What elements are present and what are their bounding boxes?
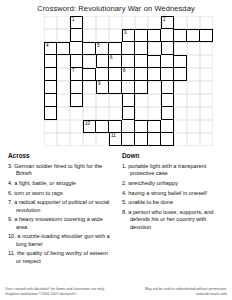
crossword-cell[interactable] — [122, 107, 135, 120]
clue-item: 8. a person who loves, supports, and def… — [122, 209, 228, 231]
crossword-cell[interactable] — [161, 133, 174, 146]
crossword-blank — [44, 120, 57, 133]
crossword-cell[interactable] — [135, 120, 148, 133]
crossword-cell[interactable]: 11 — [109, 133, 122, 146]
crossword-cell[interactable] — [135, 68, 148, 81]
crossword-blank — [148, 16, 161, 29]
crossword-cell[interactable] — [44, 94, 57, 107]
crossword-cell[interactable] — [200, 29, 213, 42]
crossword-cell[interactable] — [96, 120, 109, 133]
crossword-cell[interactable] — [135, 42, 148, 55]
clue-number: 7 — [72, 68, 75, 74]
crossword-cell[interactable] — [57, 42, 70, 55]
crossword-cell[interactable] — [174, 68, 187, 81]
crossword-blank — [174, 107, 187, 120]
crossword-blank — [200, 68, 213, 81]
page-title: Crossword: Revolutionary War on Wednesda… — [0, 4, 232, 13]
crossword-cell[interactable] — [161, 68, 174, 81]
crossword-cell[interactable] — [187, 29, 200, 42]
crossword-blank — [187, 94, 200, 107]
clue-item: 10. a muzzle-loading shoulder gun with a… — [8, 233, 114, 248]
crossword-blank — [200, 94, 213, 107]
crossword-cell[interactable] — [174, 55, 187, 68]
crossword-blank — [57, 120, 70, 133]
crossword-cell[interactable] — [122, 133, 135, 146]
clue-item: 9. a heavy snowstorm covering a wide are… — [8, 216, 114, 231]
crossword-cell[interactable] — [96, 68, 109, 81]
crossword-cell[interactable] — [44, 107, 57, 120]
crossword-cell[interactable] — [161, 107, 174, 120]
crossword-blank — [109, 94, 122, 107]
crossword-cell[interactable]: 2 — [161, 16, 174, 29]
crossword-cell[interactable]: 4 — [44, 42, 57, 55]
clue-item: 6. torn or worn to rags — [8, 190, 114, 197]
crossword-blank — [200, 42, 213, 55]
crossword-cell[interactable] — [148, 68, 161, 81]
crossword-blank — [187, 55, 200, 68]
crossword-blank — [174, 120, 187, 133]
crossword-blank — [96, 107, 109, 120]
clue-item: 7. a radical supporter of political or s… — [8, 199, 114, 214]
crossword-cell[interactable] — [44, 68, 57, 81]
crossword-cell[interactable] — [122, 42, 135, 55]
crossword-blank — [187, 133, 200, 146]
crossword-blank — [200, 55, 213, 68]
crossword-cell[interactable] — [122, 55, 135, 68]
crossword-blank — [109, 29, 122, 42]
crossword-cell[interactable]: 6 — [109, 55, 122, 68]
crossword-cell[interactable] — [122, 94, 135, 107]
crossword-blank — [96, 94, 109, 107]
crossword-cell[interactable] — [44, 55, 57, 68]
clue-item: 5. unable to be done — [122, 199, 228, 206]
clue-item: 3. German soldier hired to fight for the… — [8, 163, 114, 178]
crossword-blank — [200, 107, 213, 120]
crossword-blank — [70, 120, 83, 133]
crossword-blank — [57, 55, 70, 68]
crossword-blank — [83, 29, 96, 42]
crossword-blank — [83, 81, 96, 94]
clue-number: 1 — [72, 17, 75, 23]
crossword-cell[interactable] — [161, 42, 174, 55]
crossword-blank — [174, 42, 187, 55]
crossword-blank — [57, 68, 70, 81]
footer-copyright: User created with abctools® for home and… — [5, 287, 105, 297]
crossword-cell[interactable]: 1 — [70, 16, 83, 29]
crossword-blank — [174, 94, 187, 107]
crossword-cell[interactable] — [44, 81, 57, 94]
crossword-cell[interactable] — [161, 81, 174, 94]
crossword-cell[interactable] — [70, 81, 83, 94]
crossword-blank — [174, 16, 187, 29]
crossword-blank — [174, 133, 187, 146]
across-clue-list: 3. German soldier hired to fight for the… — [8, 163, 114, 265]
crossword-cell[interactable] — [161, 55, 174, 68]
crossword-blank — [44, 16, 57, 29]
crossword-cell[interactable] — [109, 42, 122, 55]
down-clue-list: 1. portable light with a transparent pro… — [122, 163, 228, 231]
crossword-blank — [187, 81, 200, 94]
crossword-cell[interactable]: 10 — [83, 120, 96, 133]
crossword-blank — [83, 55, 96, 68]
crossword-blank — [200, 133, 213, 146]
crossword-cell[interactable] — [148, 29, 161, 42]
clue-item: 4. having a strong belief in oneself — [122, 190, 228, 197]
crossword-cell[interactable]: 3 — [122, 29, 135, 42]
crossword-blank — [148, 94, 161, 107]
crossword-blank — [187, 16, 200, 29]
clue-number: 2 — [163, 17, 166, 23]
crossword-blank — [122, 16, 135, 29]
crossword-blank — [57, 16, 70, 29]
clue-number: 4 — [46, 43, 49, 49]
crossword-blank — [109, 16, 122, 29]
crossword-cell[interactable] — [83, 42, 96, 55]
crossword-cell[interactable] — [83, 68, 96, 81]
crossword-blank — [148, 42, 161, 55]
clue-number: 6 — [110, 55, 113, 61]
clue-number: 10 — [85, 121, 90, 127]
crossword-blank — [96, 16, 109, 29]
crossword-blank — [57, 107, 70, 120]
crossword-blank — [187, 68, 200, 81]
footer-permission: May not be sold or redistributed without… — [145, 287, 227, 297]
crossword-blank — [57, 29, 70, 42]
crossword-blank — [57, 81, 70, 94]
clue-item: 2. wretchedly unhappy — [122, 180, 228, 187]
crossword-cell[interactable] — [122, 81, 135, 94]
crossword-cell[interactable] — [109, 120, 122, 133]
crossword-blank — [83, 16, 96, 29]
crossword-cell[interactable] — [70, 55, 83, 68]
crossword-cell[interactable] — [148, 55, 161, 68]
clue-item: 4. a fight, battle, or struggle — [8, 180, 114, 187]
crossword-blank — [187, 107, 200, 120]
clue-number: 3 — [124, 30, 127, 36]
clue-number: 11 — [111, 133, 116, 139]
clue-item: 11. the quality of being worthy of estee… — [8, 250, 114, 265]
crossword-cell[interactable] — [109, 68, 122, 81]
crossword-grid: 1234567891011 — [44, 16, 213, 146]
crossword-cell[interactable] — [135, 29, 148, 42]
crossword-cell[interactable] — [70, 94, 83, 107]
down-heading: Down — [122, 152, 228, 160]
crossword-cell[interactable] — [161, 120, 174, 133]
clue-number: 8 — [123, 68, 126, 74]
crossword-blank — [148, 107, 161, 120]
crossword-blank — [148, 81, 161, 94]
across-heading: Across — [8, 152, 114, 160]
crossword-cell[interactable]: 5 — [96, 42, 109, 55]
crossword-cell[interactable] — [161, 94, 174, 107]
crossword-blank — [200, 81, 213, 94]
crossword-blank — [57, 94, 70, 107]
crossword-cell[interactable] — [161, 29, 174, 42]
crossword-cell[interactable] — [109, 81, 122, 94]
crossword-blank — [83, 107, 96, 120]
footer: User created with abctools® for home and… — [5, 287, 227, 297]
crossword-blank — [187, 42, 200, 55]
crossword-cell[interactable]: 8 — [122, 68, 135, 81]
crossword-cell[interactable] — [174, 29, 187, 42]
crossword-blank — [135, 107, 148, 120]
crossword-blank — [135, 16, 148, 29]
crossword-blank — [96, 29, 109, 42]
crossword-cell[interactable] — [70, 42, 83, 55]
crossword-blank — [135, 94, 148, 107]
clue-item: 1. portable light with a transparent pro… — [122, 163, 228, 178]
crossword-blank — [44, 133, 57, 146]
crossword-blank — [70, 107, 83, 120]
crossword-cell[interactable] — [148, 133, 161, 146]
crossword-cell[interactable] — [70, 29, 83, 42]
crossword-blank — [44, 29, 57, 42]
crossword-cell[interactable]: 9 — [96, 81, 109, 94]
crossword-cell[interactable] — [135, 81, 148, 94]
crossword-blank — [187, 120, 200, 133]
crossword-blank — [200, 16, 213, 29]
crossword-blank — [109, 107, 122, 120]
clue-number: 5 — [97, 43, 100, 49]
across-clues-section: Across 3. German soldier hired to fight … — [8, 152, 114, 268]
crossword-blank — [200, 120, 213, 133]
crossword-cell[interactable] — [135, 55, 148, 68]
crossword-cell[interactable]: 7 — [70, 68, 83, 81]
crossword-cell[interactable] — [122, 120, 135, 133]
crossword-blank — [57, 133, 70, 146]
crossword-blank — [70, 133, 83, 146]
crossword-blank — [83, 133, 96, 146]
crossword-blank — [174, 81, 187, 94]
crossword-cell[interactable] — [135, 133, 148, 146]
crossword-cell[interactable] — [148, 120, 161, 133]
down-clues-section: Down 1. portable light with a transparen… — [122, 152, 228, 233]
clue-number: 9 — [98, 81, 101, 87]
crossword-blank — [96, 133, 109, 146]
crossword-cell[interactable] — [96, 55, 109, 68]
crossword-blank — [83, 94, 96, 107]
